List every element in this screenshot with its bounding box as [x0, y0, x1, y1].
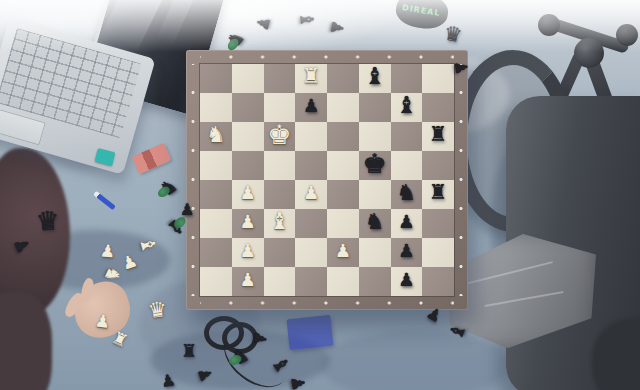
- bR-glyph: ♜: [181, 342, 197, 360]
- offboard-piece-bP: ♟: [327, 19, 348, 36]
- piece-bP-g3: ♟: [398, 213, 414, 231]
- piece-bN-f3: ♞: [365, 211, 385, 233]
- square-c2: [264, 238, 296, 267]
- square-a4: [200, 180, 232, 209]
- square-d2: [295, 238, 327, 267]
- square-f6: [359, 122, 391, 151]
- offboard-piece-wP: ♟: [94, 311, 112, 332]
- square-d5: [295, 151, 327, 180]
- bag-fold: [484, 291, 563, 307]
- square-b2: ♟: [232, 238, 264, 267]
- bP-glyph: ♟: [288, 375, 307, 390]
- offboard-piece-bN: ♞: [156, 175, 181, 201]
- frame-inlay-dots: [457, 64, 465, 296]
- square-c4: [264, 180, 296, 209]
- square-c1: [264, 267, 296, 296]
- photo-chess-scene: DIREAL ♜♝♟♝♞♚♜♚♟♟♞♜♟♝♞♟♟♟♟♟♟ ♟♝♟♞♛♟♛♟♟♟♝…: [0, 0, 640, 390]
- piece-bB-g7: ♝: [396, 94, 417, 117]
- bP-glyph: ♟: [328, 19, 346, 36]
- square-e7: [327, 93, 359, 122]
- piece-wN-a6: ♞: [206, 124, 226, 146]
- square-a8: [200, 64, 232, 93]
- piece-bN-g4: ♞: [397, 182, 417, 204]
- bP-glyph: ♟: [254, 15, 273, 33]
- square-a3: [200, 209, 232, 238]
- offboard-piece-wP: ♟: [99, 241, 116, 261]
- square-h8: [422, 64, 454, 93]
- square-h2: [422, 238, 454, 267]
- chess-board: ♜♝♟♝♞♚♜♚♟♟♞♜♟♝♞♟♟♟♟♟♟: [186, 50, 468, 310]
- square-b5: [232, 151, 264, 180]
- square-c3: ♝: [264, 209, 296, 238]
- bB-glyph: ♝: [297, 11, 316, 29]
- square-a2: [200, 238, 232, 267]
- piece-bK-f5: ♚: [363, 150, 387, 177]
- piece-wP-e2: ♟: [335, 242, 351, 260]
- offboard-piece-bN: ♞: [224, 27, 249, 52]
- square-g7: ♝: [391, 93, 423, 122]
- offboard-piece-wQ: ♛: [147, 299, 168, 322]
- offboard-piece-bQ: ♛: [35, 207, 60, 235]
- player-clothing: [0, 292, 52, 390]
- chair-wheel: [616, 24, 638, 46]
- square-g8: [391, 64, 423, 93]
- square-h4: ♜: [422, 180, 454, 209]
- square-b4: ♟: [232, 180, 264, 209]
- piece-wP-b2: ♟: [240, 242, 256, 260]
- square-e4: [327, 180, 359, 209]
- square-e5: [327, 151, 359, 180]
- wP-glyph: ♟: [99, 242, 116, 260]
- piece-bP-g1: ♟: [398, 271, 414, 289]
- square-e8: [327, 64, 359, 93]
- bP-glyph: ♟: [452, 59, 470, 76]
- chair-gas-lift: [574, 38, 604, 68]
- red-box: [132, 143, 172, 175]
- square-h7: [422, 93, 454, 122]
- piece-wP-d4: ♟: [303, 184, 319, 202]
- square-c8: [264, 64, 296, 93]
- offboard-piece-bP: ♟: [159, 370, 176, 390]
- square-b6: [232, 122, 264, 151]
- square-a7: [200, 93, 232, 122]
- offboard-piece-bP: ♟: [250, 330, 271, 347]
- frame-inlay-dots: [189, 64, 197, 296]
- bQ-glyph: ♛: [35, 207, 60, 235]
- piece-wP-b3: ♟: [240, 213, 256, 231]
- square-c5: [264, 151, 296, 180]
- square-e2: ♟: [327, 238, 359, 267]
- square-e3: [327, 209, 359, 238]
- square-g2: ♟: [391, 238, 423, 267]
- bP-glyph: ♟: [180, 202, 194, 218]
- wQ-glyph: ♛: [147, 299, 168, 322]
- square-f2: [359, 238, 391, 267]
- square-f3: ♞: [359, 209, 391, 238]
- piece-wP-b1: ♟: [240, 271, 256, 289]
- square-a5: [200, 151, 232, 180]
- chair-wheel: [538, 14, 560, 36]
- square-h5: [422, 151, 454, 180]
- square-a1: [200, 267, 232, 296]
- frame-inlay-dots: [200, 53, 454, 61]
- square-b3: ♟: [232, 209, 264, 238]
- square-h3: [422, 209, 454, 238]
- board-grid: ♜♝♟♝♞♚♜♚♟♟♞♜♟♝♞♟♟♟♟♟♟: [200, 64, 454, 296]
- offboard-piece-bP: ♟: [180, 200, 194, 219]
- piece-bB-f8: ♝: [364, 65, 385, 88]
- piece-bR-h6: ♜: [429, 124, 448, 145]
- square-b7: [232, 93, 264, 122]
- square-f7: [359, 93, 391, 122]
- square-g6: [391, 122, 423, 151]
- offboard-piece-bP: ♟: [252, 14, 274, 33]
- piece-wP-b4: ♟: [240, 184, 256, 202]
- square-h6: ♜: [422, 122, 454, 151]
- square-b1: ♟: [232, 267, 264, 296]
- square-d7: ♟: [295, 93, 327, 122]
- square-e1: [327, 267, 359, 296]
- square-c6: ♚: [264, 122, 296, 151]
- blue-card: [287, 315, 334, 350]
- frame-inlay-dots: [200, 299, 454, 307]
- square-b8: [232, 64, 264, 93]
- square-d8: ♜: [295, 64, 327, 93]
- bP-glyph: ♟: [251, 330, 269, 347]
- square-h1: [422, 267, 454, 296]
- piece-wR-d8: ♜: [302, 66, 321, 87]
- bQ-glyph: ♛: [442, 23, 463, 46]
- square-d3: [295, 209, 327, 238]
- square-c7: [264, 93, 296, 122]
- square-g4: ♞: [391, 180, 423, 209]
- square-g1: ♟: [391, 267, 423, 296]
- square-f1: [359, 267, 391, 296]
- offboard-piece-bB: ♝: [296, 11, 316, 29]
- bag-fold: [465, 261, 553, 285]
- square-d1: [295, 267, 327, 296]
- square-f8: ♝: [359, 64, 391, 93]
- piece-wK-c6: ♚: [267, 121, 291, 148]
- square-d4: ♟: [295, 180, 327, 209]
- wP-glyph: ♟: [94, 312, 111, 331]
- square-f5: ♚: [359, 151, 391, 180]
- offboard-piece-bR: ♜: [181, 342, 197, 361]
- square-d6: [295, 122, 327, 151]
- offboard-piece-bQ: ♛: [442, 23, 463, 47]
- blue-pen: [93, 191, 116, 210]
- piece-bR-h4: ♜: [429, 182, 448, 203]
- carpet-swirl: [320, 330, 510, 390]
- piece-bP-g2: ♟: [398, 242, 414, 260]
- square-g5: [391, 151, 423, 180]
- piece-bP-d7: ♟: [303, 97, 319, 115]
- square-g3: ♟: [391, 209, 423, 238]
- offboard-piece-bP: ♟: [287, 374, 308, 390]
- bP-glyph: ♟: [160, 372, 177, 390]
- square-a6: ♞: [200, 122, 232, 151]
- screen-glare: [156, 0, 197, 46]
- square-e6: [327, 122, 359, 151]
- square-f4: [359, 180, 391, 209]
- piece-wB-c3: ♝: [269, 210, 290, 233]
